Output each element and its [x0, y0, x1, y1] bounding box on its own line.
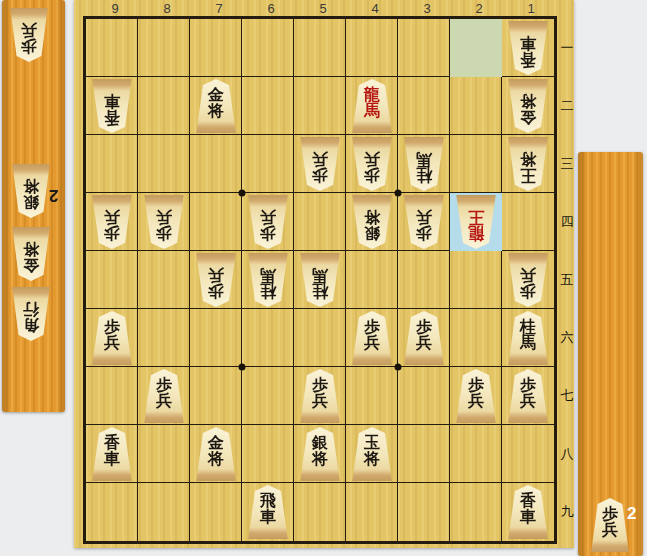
piece-kanji: 兵 [416, 208, 432, 224]
piece-kanji: 金 [208, 435, 224, 451]
piece-kanji: 香 [104, 435, 120, 451]
piece-kanji: 王 [468, 208, 484, 224]
board-cell-3一[interactable] [398, 19, 450, 77]
piece-kanji: 車 [260, 509, 276, 525]
piece-kanji: 歩 [312, 167, 328, 183]
piece-kanji: 車 [520, 509, 536, 525]
piece-銀将-gote[interactable]: 銀将 [11, 164, 51, 218]
board-cell-9九[interactable] [86, 483, 138, 541]
board-cell-2三[interactable] [450, 135, 502, 193]
piece-kanji: 将 [23, 177, 39, 193]
file-label-9: 9 [89, 1, 141, 17]
board-cell-4九[interactable] [346, 483, 398, 541]
piece-kanji: 兵 [364, 335, 380, 351]
piece-kanji: 歩 [364, 319, 380, 335]
piece-kanji: 香 [520, 493, 536, 509]
board-cell-5九[interactable] [294, 483, 346, 541]
board-cell-5二[interactable] [294, 77, 346, 135]
board-cell-6七[interactable] [242, 367, 294, 425]
board-cell-6三[interactable] [242, 135, 294, 193]
board-cell-3五[interactable] [398, 251, 450, 309]
board-cell-3二[interactable] [398, 77, 450, 135]
board-cell-8五[interactable] [138, 251, 190, 309]
board-cell-5六[interactable] [294, 309, 346, 367]
board-cell-4一[interactable] [346, 19, 398, 77]
board-cell-2二[interactable] [450, 77, 502, 135]
board-cell-8一[interactable] [138, 19, 190, 77]
piece-kanji: 兵 [312, 393, 328, 409]
piece-kanji: 兵 [208, 266, 224, 282]
piece-kanji: 兵 [312, 150, 328, 166]
board-cell-3九[interactable] [398, 483, 450, 541]
piece-kanji: 王 [520, 167, 536, 183]
piece-kanji: 兵 [520, 393, 536, 409]
board-cell-7三[interactable] [190, 135, 242, 193]
piece-金将-gote[interactable]: 金将 [11, 227, 51, 281]
piece-kanji: 角 [23, 317, 39, 333]
piece-kanji: 歩 [156, 377, 172, 393]
piece-kanji: 馬 [364, 103, 380, 119]
sente-captured-stand: 歩兵2 [578, 152, 643, 556]
piece-kanji: 将 [520, 150, 536, 166]
rank-label: 二 [560, 77, 574, 135]
board-cell-8八[interactable] [138, 425, 190, 483]
piece-歩兵-gote[interactable]: 歩兵 [9, 8, 49, 62]
piece-kanji: 歩 [468, 377, 484, 393]
piece-kanji: 香 [104, 109, 120, 125]
file-label-4: 4 [349, 1, 401, 17]
file-label-8: 8 [141, 1, 193, 17]
rank-label: 四 [560, 193, 574, 251]
board-cell-1四[interactable] [502, 193, 554, 251]
file-labels: 987654321 [89, 1, 557, 17]
piece-kanji: 歩 [364, 167, 380, 183]
piece-kanji: 歩 [21, 38, 37, 54]
piece-kanji: 馬 [416, 150, 432, 166]
board-cell-7一[interactable] [190, 19, 242, 77]
gote-captured-stand: 歩兵銀将2金将角行 [2, 0, 65, 412]
board-cell-9三[interactable] [86, 135, 138, 193]
rank-label: 九 [560, 483, 574, 541]
piece-kanji: 兵 [520, 266, 536, 282]
board-cell-5四[interactable] [294, 193, 346, 251]
board-cell-5一[interactable] [294, 19, 346, 77]
piece-kanji: 歩 [602, 506, 618, 522]
board-cell-6二[interactable] [242, 77, 294, 135]
piece-kanji: 行 [23, 300, 39, 316]
piece-kanji: 将 [208, 103, 224, 119]
rank-label: 七 [560, 367, 574, 425]
board-cell-2六[interactable] [450, 309, 502, 367]
piece-kanji: 銀 [364, 225, 380, 241]
piece-kanji: 車 [104, 451, 120, 467]
board-cell-3七[interactable] [398, 367, 450, 425]
piece-kanji: 桂 [416, 167, 432, 183]
board-cell-8六[interactable] [138, 309, 190, 367]
rank-label: 五 [560, 251, 574, 309]
board-cell-7九[interactable] [190, 483, 242, 541]
piece-kanji: 歩 [260, 225, 276, 241]
piece-kanji: 兵 [468, 393, 484, 409]
piece-kanji: 金 [208, 87, 224, 103]
file-label-6: 6 [245, 1, 297, 17]
rank-label: 一 [560, 19, 574, 77]
piece-kanji: 歩 [208, 283, 224, 299]
piece-kanji: 将 [520, 92, 536, 108]
piece-kanji: 香 [520, 51, 536, 67]
board-cell-6八[interactable] [242, 425, 294, 483]
piece-kanji: 歩 [312, 377, 328, 393]
piece-kanji: 兵 [21, 21, 37, 37]
piece-kanji: 兵 [156, 208, 172, 224]
piece-kanji: 歩 [104, 225, 120, 241]
board-cell-2九[interactable] [450, 483, 502, 541]
board-cell-8三[interactable] [138, 135, 190, 193]
piece-kanji: 歩 [520, 377, 536, 393]
piece-kanji: 将 [208, 451, 224, 467]
piece-kanji: 兵 [602, 522, 618, 538]
board-cell-4七[interactable] [346, 367, 398, 425]
rank-label: 三 [560, 135, 574, 193]
board-cell-9七[interactable] [86, 367, 138, 425]
piece-kanji: 金 [520, 109, 536, 125]
board-cell-8二[interactable] [138, 77, 190, 135]
piece-kanji: 兵 [104, 208, 120, 224]
piece-kanji: 歩 [416, 319, 432, 335]
board-cell-3八[interactable] [398, 425, 450, 483]
piece-kanji: 歩 [520, 283, 536, 299]
file-label-2: 2 [453, 1, 505, 17]
piece-kanji: 兵 [260, 208, 276, 224]
hand-count-銀将: 2 [49, 185, 58, 205]
board-cell-2一[interactable] [450, 19, 502, 77]
shogi-board-panel: 987654321 一二三四五六七八九 香車香車金将龍馬金将歩兵歩兵桂馬王将歩兵… [74, 0, 574, 548]
file-label-5: 5 [297, 1, 349, 17]
piece-kanji: 歩 [156, 225, 172, 241]
piece-kanji: 歩 [416, 225, 432, 241]
board-cell-7七[interactable] [190, 367, 242, 425]
board-cell-1八[interactable] [502, 425, 554, 483]
piece-kanji: 銀 [312, 435, 328, 451]
piece-kanji: 銀 [23, 194, 39, 210]
board-cell-6一[interactable] [242, 19, 294, 77]
rank-label: 八 [560, 425, 574, 483]
board-cell-7四[interactable] [190, 193, 242, 251]
piece-kanji: 兵 [104, 335, 120, 351]
rank-label: 六 [560, 309, 574, 367]
piece-kanji: 飛 [260, 493, 276, 509]
piece-kanji: 車 [520, 34, 536, 50]
piece-kanji: 金 [23, 257, 39, 273]
piece-kanji: 歩 [104, 319, 120, 335]
piece-kanji: 玉 [364, 435, 380, 451]
board-cell-8九[interactable] [138, 483, 190, 541]
piece-kanji: 馬 [312, 266, 328, 282]
piece-kanji: 兵 [156, 393, 172, 409]
piece-kanji: 馬 [260, 266, 276, 282]
board-cell-6六[interactable] [242, 309, 294, 367]
piece-kanji: 龍 [468, 225, 484, 241]
file-label-1: 1 [505, 1, 557, 17]
board-cell-9五[interactable] [86, 251, 138, 309]
board-cell-4五[interactable] [346, 251, 398, 309]
piece-kanji: 将 [23, 240, 39, 256]
piece-kanji: 馬 [520, 335, 536, 351]
piece-kanji: 龍 [364, 87, 380, 103]
piece-歩兵-sente[interactable]: 歩兵 [590, 498, 630, 552]
board-cell-2八[interactable] [450, 425, 502, 483]
piece-kanji: 桂 [260, 283, 276, 299]
piece-kanji: 兵 [364, 150, 380, 166]
board-cell-7六[interactable] [190, 309, 242, 367]
board-cell-9一[interactable] [86, 19, 138, 77]
piece-kanji: 車 [104, 92, 120, 108]
piece-kanji: 桂 [520, 319, 536, 335]
piece-kanji: 桂 [312, 283, 328, 299]
piece-kanji: 将 [364, 451, 380, 467]
hand-count-歩兵: 2 [627, 504, 636, 524]
piece-kanji: 兵 [416, 335, 432, 351]
file-label-7: 7 [193, 1, 245, 17]
board-cell-2五[interactable] [450, 251, 502, 309]
rank-labels: 一二三四五六七八九 [560, 19, 574, 541]
file-label-3: 3 [401, 1, 453, 17]
piece-kanji: 将 [312, 451, 328, 467]
piece-kanji: 将 [364, 208, 380, 224]
piece-角行-gote[interactable]: 角行 [11, 287, 51, 341]
